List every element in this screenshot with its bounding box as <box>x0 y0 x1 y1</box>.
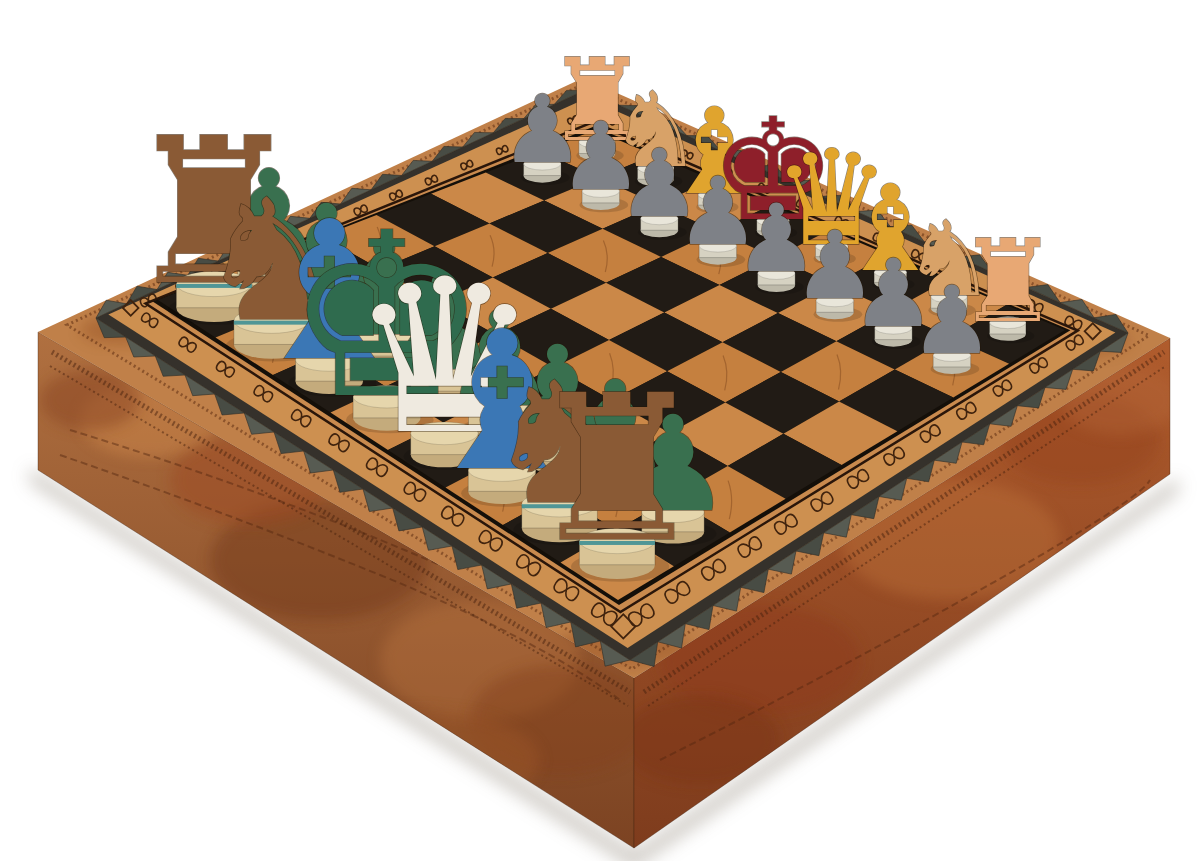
svg-text:♟: ♟ <box>910 266 994 375</box>
chess-set-photo: ♜♞♝♚♛♝♞♜♟♟♟♟♟♟♟♟♟♟♟♟♟♟♟♟♜♞♝♚♛♝♞♜ Angled … <box>0 0 1200 861</box>
chess-set-scene: ♜♞♝♚♛♝♞♜♟♟♟♟♟♟♟♟♟♟♟♟♟♟♟♟♜♞♝♚♛♝♞♜ <box>0 0 1200 861</box>
chess-scene-svg: ♜♞♝♚♛♝♞♜♟♟♟♟♟♟♟♟♟♟♟♟♟♟♟♟♜♞♝♚♛♝♞♜ <box>0 0 1200 861</box>
piece-white-rook-h1[interactable]: ♜ <box>527 351 708 587</box>
piece-black-pawn-h7[interactable]: ♟ <box>910 266 994 376</box>
svg-text:♜: ♜ <box>527 351 708 587</box>
